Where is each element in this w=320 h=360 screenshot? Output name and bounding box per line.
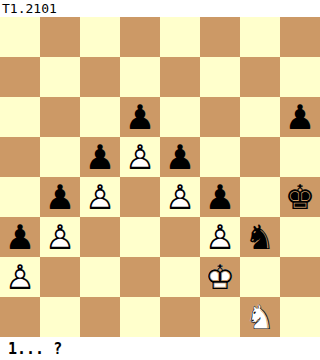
black-pawn[interactable]: ♟ xyxy=(200,177,240,217)
square-f2[interactable]: ♚♔ xyxy=(200,257,240,297)
title-bar: T1.2101 xyxy=(0,0,320,17)
square-e4[interactable]: ♟♙ xyxy=(160,177,200,217)
square-d2[interactable] xyxy=(120,257,160,297)
black-king[interactable]: ♚ xyxy=(280,177,320,217)
square-b3[interactable]: ♟♙ xyxy=(40,217,80,257)
white-pawn[interactable]: ♟♙ xyxy=(200,217,240,257)
square-b1[interactable] xyxy=(40,297,80,337)
square-d4[interactable] xyxy=(120,177,160,217)
white-pawn-outline: ♙ xyxy=(0,257,40,297)
black-pawn[interactable]: ♟ xyxy=(80,137,120,177)
square-h6[interactable]: ♟ xyxy=(280,97,320,137)
square-d1[interactable] xyxy=(120,297,160,337)
black-pawn[interactable]: ♟ xyxy=(280,97,320,137)
square-d8[interactable] xyxy=(120,17,160,57)
square-g3[interactable]: ♞ xyxy=(240,217,280,257)
black-knight-glyph: ♞ xyxy=(240,217,280,257)
square-b8[interactable] xyxy=(40,17,80,57)
white-knight[interactable]: ♞♘ xyxy=(240,297,280,337)
white-pawn[interactable]: ♟♙ xyxy=(40,217,80,257)
square-f5[interactable] xyxy=(200,137,240,177)
square-e2[interactable] xyxy=(160,257,200,297)
square-h7[interactable] xyxy=(280,57,320,97)
square-e1[interactable] xyxy=(160,297,200,337)
white-pawn[interactable]: ♟♙ xyxy=(120,137,160,177)
white-pawn-outline: ♙ xyxy=(80,177,120,217)
square-h8[interactable] xyxy=(280,17,320,57)
square-c5[interactable]: ♟ xyxy=(80,137,120,177)
white-pawn[interactable]: ♟♙ xyxy=(0,257,40,297)
square-c1[interactable] xyxy=(80,297,120,337)
square-f6[interactable] xyxy=(200,97,240,137)
black-pawn-glyph: ♟ xyxy=(280,97,320,137)
square-a5[interactable] xyxy=(0,137,40,177)
square-a6[interactable] xyxy=(0,97,40,137)
black-pawn[interactable]: ♟ xyxy=(120,97,160,137)
square-h3[interactable] xyxy=(280,217,320,257)
square-b6[interactable] xyxy=(40,97,80,137)
black-knight[interactable]: ♞ xyxy=(240,217,280,257)
white-pawn-outline: ♙ xyxy=(200,217,240,257)
black-pawn[interactable]: ♟ xyxy=(40,177,80,217)
square-e5[interactable]: ♟ xyxy=(160,137,200,177)
square-h2[interactable] xyxy=(280,257,320,297)
square-c4[interactable]: ♟♙ xyxy=(80,177,120,217)
white-knight-outline: ♘ xyxy=(240,297,280,337)
square-b4[interactable]: ♟ xyxy=(40,177,80,217)
square-c3[interactable] xyxy=(80,217,120,257)
white-pawn[interactable]: ♟♙ xyxy=(160,177,200,217)
square-e3[interactable] xyxy=(160,217,200,257)
white-pawn-outline: ♙ xyxy=(120,137,160,177)
square-a1[interactable] xyxy=(0,297,40,337)
black-king-glyph: ♚ xyxy=(280,177,320,217)
square-a7[interactable] xyxy=(0,57,40,97)
move-prompt: 1... ? xyxy=(8,340,62,358)
square-g5[interactable] xyxy=(240,137,280,177)
square-g4[interactable] xyxy=(240,177,280,217)
black-pawn-glyph: ♟ xyxy=(160,137,200,177)
square-h5[interactable] xyxy=(280,137,320,177)
square-f8[interactable] xyxy=(200,17,240,57)
square-g7[interactable] xyxy=(240,57,280,97)
white-pawn-outline: ♙ xyxy=(40,217,80,257)
square-c8[interactable] xyxy=(80,17,120,57)
square-e7[interactable] xyxy=(160,57,200,97)
white-pawn[interactable]: ♟♙ xyxy=(80,177,120,217)
black-pawn[interactable]: ♟ xyxy=(0,217,40,257)
square-b7[interactable] xyxy=(40,57,80,97)
square-a4[interactable] xyxy=(0,177,40,217)
square-c7[interactable] xyxy=(80,57,120,97)
black-pawn-glyph: ♟ xyxy=(200,177,240,217)
black-pawn-glyph: ♟ xyxy=(120,97,160,137)
square-f4[interactable]: ♟ xyxy=(200,177,240,217)
square-a8[interactable] xyxy=(0,17,40,57)
white-king[interactable]: ♚♔ xyxy=(200,257,240,297)
square-h1[interactable] xyxy=(280,297,320,337)
white-pawn-outline: ♙ xyxy=(160,177,200,217)
square-d7[interactable] xyxy=(120,57,160,97)
square-a2[interactable]: ♟♙ xyxy=(0,257,40,297)
square-c2[interactable] xyxy=(80,257,120,297)
square-d5[interactable]: ♟♙ xyxy=(120,137,160,177)
square-g2[interactable] xyxy=(240,257,280,297)
square-d6[interactable]: ♟ xyxy=(120,97,160,137)
square-f3[interactable]: ♟♙ xyxy=(200,217,240,257)
square-d3[interactable] xyxy=(120,217,160,257)
square-g6[interactable] xyxy=(240,97,280,137)
square-b2[interactable] xyxy=(40,257,80,297)
square-e8[interactable] xyxy=(160,17,200,57)
white-king-outline: ♔ xyxy=(200,257,240,297)
square-e6[interactable] xyxy=(160,97,200,137)
square-a3[interactable]: ♟ xyxy=(0,217,40,257)
black-pawn-glyph: ♟ xyxy=(0,217,40,257)
prompt-bar: 1... ? xyxy=(0,337,320,360)
square-f1[interactable] xyxy=(200,297,240,337)
black-pawn-glyph: ♟ xyxy=(40,177,80,217)
chess-board: ♟♟♟♟♙♟♟♟♙♟♙♟♚♟♟♙♟♙♞♟♙♚♔♞♘ xyxy=(0,17,320,337)
black-pawn[interactable]: ♟ xyxy=(160,137,200,177)
square-g1[interactable]: ♞♘ xyxy=(240,297,280,337)
black-pawn-glyph: ♟ xyxy=(80,137,120,177)
square-f7[interactable] xyxy=(200,57,240,97)
square-g8[interactable] xyxy=(240,17,280,57)
puzzle-id: T1.2101 xyxy=(2,1,57,16)
square-h4[interactable]: ♚ xyxy=(280,177,320,217)
square-c6[interactable] xyxy=(80,97,120,137)
square-b5[interactable] xyxy=(40,137,80,177)
